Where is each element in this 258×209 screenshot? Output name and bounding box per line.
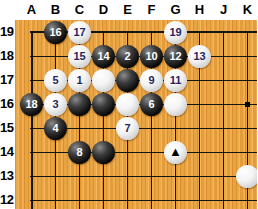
stone-white-move-11[interactable]: 11 [164,69,187,92]
stone-black-move-16[interactable]: 16 [44,21,67,44]
stone-number: 12 [169,51,181,62]
column-label: H [188,2,212,18]
stone-number: 15 [73,51,85,62]
star-point [245,102,250,107]
stone-white[interactable] [164,93,187,116]
stone-number: 17 [73,27,85,38]
column-label: F [140,2,164,18]
stone-black[interactable] [68,93,91,116]
stone-black-move-18[interactable]: 18 [20,93,43,116]
stone-black-move-6[interactable]: 6 [140,93,163,116]
stone-number: 7 [124,123,130,134]
stones-layer: 16171915142101213519111836478▲ [20,20,258,209]
stone-white-move-13[interactable]: 13 [188,45,211,68]
column-label: G [164,2,188,18]
row-label: 14 [0,144,13,160]
stone-white-move-1[interactable]: 1 [68,69,91,92]
stone-black-move-2[interactable]: 2 [116,45,139,68]
stone-black[interactable] [92,141,115,164]
stone-black[interactable] [116,69,139,92]
go-board[interactable]: 16171915142101213519111836478▲ [15,20,257,209]
stone-number: 13 [193,51,205,62]
row-label: 18 [0,48,13,64]
stone-white-move-15[interactable]: 15 [68,45,91,68]
stone-number: 2 [124,51,130,62]
column-label: D [92,2,116,18]
stone-black-move-4[interactable]: 4 [44,117,67,140]
column-label: B [44,2,68,18]
stone-white-move-5[interactable]: 5 [44,69,67,92]
stone-number: 9 [148,75,154,86]
stone-white[interactable] [236,165,257,188]
stone-number: 3 [52,99,58,110]
stone-white-move-17[interactable]: 17 [68,21,91,44]
stone-number: 5 [52,75,58,86]
triangle-marker: ▲ [169,145,182,158]
stone-white[interactable] [116,93,139,116]
row-label: 17 [0,72,13,88]
go-diagram-viewport: ABCDEFGHJK 1918171615141312 161719151421… [0,0,257,209]
row-label: 12 [0,192,13,208]
stone-white-move-9[interactable]: 9 [140,69,163,92]
stone-white[interactable]: ▲ [164,141,187,164]
stone-black[interactable] [92,93,115,116]
row-label: 15 [0,120,13,136]
stone-black-move-10[interactable]: 10 [140,45,163,68]
row-label: 19 [0,24,13,40]
column-label: K [236,2,258,18]
stone-number: 11 [170,75,182,86]
stone-number: 10 [145,51,157,62]
stone-number: 18 [25,99,37,110]
stone-black-move-12[interactable]: 12 [164,45,187,68]
stone-white-move-7[interactable]: 7 [116,117,139,140]
row-label: 16 [0,96,13,112]
stone-black-move-14[interactable]: 14 [92,45,115,68]
column-label: J [212,2,236,18]
row-label: 13 [0,168,13,184]
column-label: A [20,2,44,18]
stone-number: 6 [148,99,154,110]
stone-number: 19 [169,27,181,38]
stone-number: 16 [49,27,61,38]
column-label: E [116,2,140,18]
column-label: C [68,2,92,18]
stone-white-move-19[interactable]: 19 [164,21,187,44]
stone-white[interactable] [92,69,115,92]
stone-number: 8 [76,147,82,158]
stone-white-move-3[interactable]: 3 [44,93,67,116]
stone-number: 1 [76,75,82,86]
stone-number: 4 [52,123,58,134]
stone-black-move-8[interactable]: 8 [68,141,91,164]
stone-number: 14 [97,51,109,62]
